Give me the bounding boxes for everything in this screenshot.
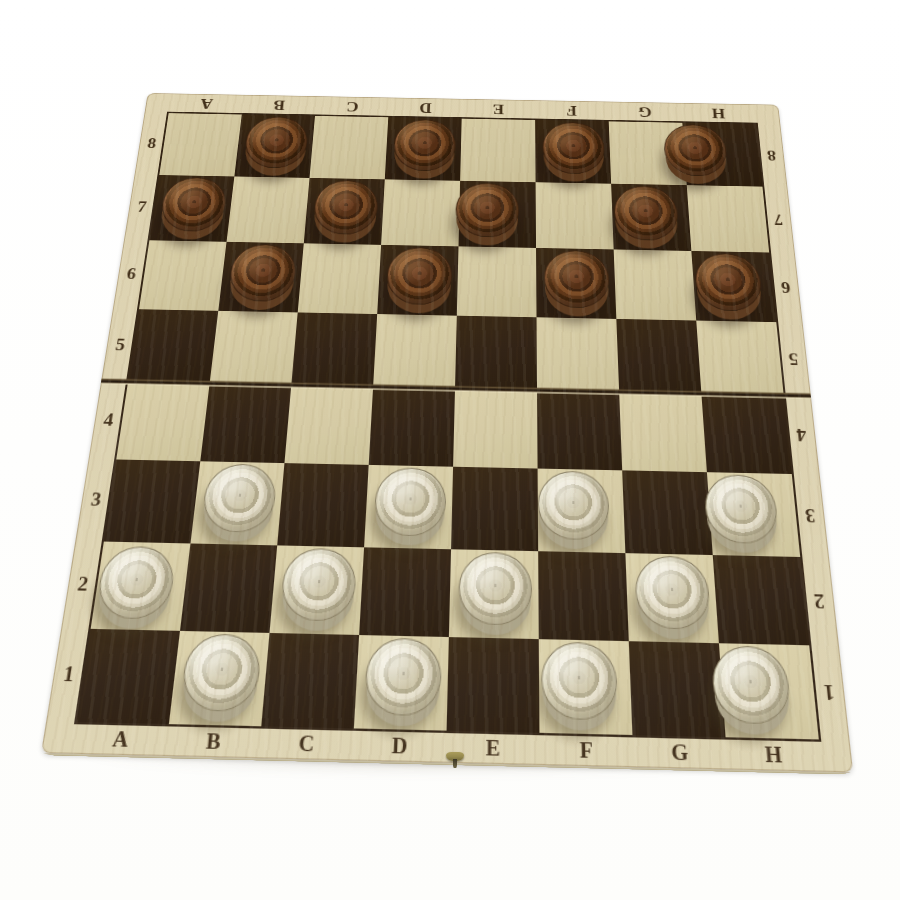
- square-c3[interactable]: [277, 463, 369, 547]
- checker-white-b3[interactable]: [200, 463, 278, 532]
- square-b7[interactable]: [227, 176, 310, 243]
- rank-label-right-3: 3: [793, 474, 828, 558]
- checker-white-f3[interactable]: [538, 470, 610, 540]
- rank-label-left-3: 3: [76, 459, 115, 542]
- board-top-face: ABCDEFGH ABCDEFGH 87654321 87654321: [41, 93, 853, 773]
- square-d2[interactable]: [359, 547, 451, 637]
- square-f2[interactable]: [538, 551, 629, 641]
- square-a5[interactable]: [128, 309, 218, 384]
- square-a8[interactable]: [159, 113, 241, 176]
- file-label-top-a: A: [169, 94, 244, 114]
- file-label-top-g: G: [608, 102, 682, 122]
- square-e5[interactable]: [455, 316, 537, 391]
- square-b3[interactable]: [190, 461, 284, 545]
- checker-white-d1[interactable]: [364, 637, 443, 716]
- square-c4[interactable]: [284, 386, 373, 465]
- checker-white-f1[interactable]: [541, 641, 618, 720]
- checker-dark-e7[interactable]: [455, 182, 519, 237]
- square-f4[interactable]: [537, 391, 622, 471]
- checker-white-h3[interactable]: [703, 474, 780, 544]
- square-b4[interactable]: [200, 384, 291, 463]
- file-label-bottom-g: G: [633, 737, 728, 768]
- rank-label-right-4: 4: [785, 396, 819, 475]
- checker-white-d3[interactable]: [373, 467, 447, 537]
- square-g6[interactable]: [614, 249, 697, 320]
- checker-white-g2[interactable]: [634, 555, 711, 629]
- square-e6[interactable]: [457, 246, 537, 317]
- rank-label-right-1: 1: [810, 645, 848, 740]
- rank-label-left-1: 1: [47, 628, 89, 722]
- square-b1[interactable]: [169, 631, 270, 726]
- square-h7[interactable]: [687, 185, 769, 252]
- rank-label-left-4: 4: [90, 382, 127, 460]
- square-c5[interactable]: [291, 312, 377, 387]
- file-label-top-c: C: [315, 97, 389, 117]
- square-a3[interactable]: [104, 459, 200, 543]
- square-d3[interactable]: [364, 465, 453, 549]
- ranks-right-band: 87654321: [757, 124, 848, 740]
- square-a6[interactable]: [139, 240, 227, 311]
- file-label-bottom-b: B: [165, 726, 261, 757]
- square-a1[interactable]: [77, 629, 180, 724]
- square-g4[interactable]: [619, 392, 707, 472]
- ranks-left-band: 87654321: [47, 113, 167, 722]
- square-h5[interactable]: [696, 321, 784, 396]
- brass-clasp: [446, 752, 464, 761]
- rank-label-right-2: 2: [801, 557, 838, 646]
- square-e3[interactable]: [451, 467, 538, 551]
- checker-white-h1[interactable]: [710, 645, 792, 724]
- play-area: [74, 112, 821, 742]
- file-label-top-h: H: [681, 104, 756, 124]
- file-label-top-e: E: [462, 100, 535, 120]
- square-h4[interactable]: [701, 394, 791, 474]
- square-h3[interactable]: [707, 472, 800, 557]
- file-label-bottom-h: H: [726, 740, 822, 771]
- square-f5[interactable]: [537, 317, 620, 392]
- square-c6[interactable]: [298, 243, 381, 314]
- file-label-bottom-c: C: [259, 729, 354, 760]
- rank-label-left-2: 2: [62, 541, 102, 629]
- square-d7[interactable]: [381, 179, 460, 246]
- square-d4[interactable]: [369, 387, 455, 466]
- square-c8[interactable]: [310, 116, 389, 179]
- square-e4[interactable]: [453, 389, 537, 469]
- checker-white-b1[interactable]: [180, 633, 263, 712]
- square-g5[interactable]: [616, 319, 701, 394]
- square-e2[interactable]: [449, 549, 539, 639]
- square-h2[interactable]: [713, 555, 809, 645]
- square-a4[interactable]: [116, 382, 209, 461]
- square-a2[interactable]: [91, 542, 191, 631]
- file-label-top-f: F: [535, 101, 609, 121]
- file-label-top-d: D: [388, 98, 462, 118]
- square-b5[interactable]: [210, 311, 298, 386]
- file-label-bottom-a: A: [72, 724, 169, 755]
- checker-white-e2[interactable]: [458, 552, 532, 626]
- file-label-bottom-d: D: [352, 731, 446, 762]
- square-f7[interactable]: [536, 182, 614, 249]
- square-g2[interactable]: [625, 553, 719, 643]
- file-label-top-b: B: [242, 96, 317, 116]
- square-g3[interactable]: [622, 470, 713, 555]
- checkers-board: ABCDEFGH ABCDEFGH 87654321 87654321: [41, 93, 853, 773]
- square-e8[interactable]: [460, 119, 535, 183]
- checker-white-c2[interactable]: [279, 548, 357, 622]
- square-f3[interactable]: [538, 469, 626, 554]
- square-c2[interactable]: [270, 545, 365, 635]
- square-f1[interactable]: [539, 639, 633, 735]
- file-label-bottom-f: F: [539, 735, 633, 766]
- square-d1[interactable]: [354, 635, 449, 731]
- square-h1[interactable]: [719, 643, 819, 739]
- square-d5[interactable]: [373, 314, 457, 389]
- photo-scene: ABCDEFGH ABCDEFGH 87654321 87654321: [0, 0, 900, 900]
- square-e1[interactable]: [447, 637, 540, 733]
- checker-white-a2[interactable]: [94, 546, 177, 620]
- square-c1[interactable]: [261, 633, 359, 729]
- square-g1[interactable]: [629, 641, 726, 737]
- square-b2[interactable]: [180, 543, 277, 632]
